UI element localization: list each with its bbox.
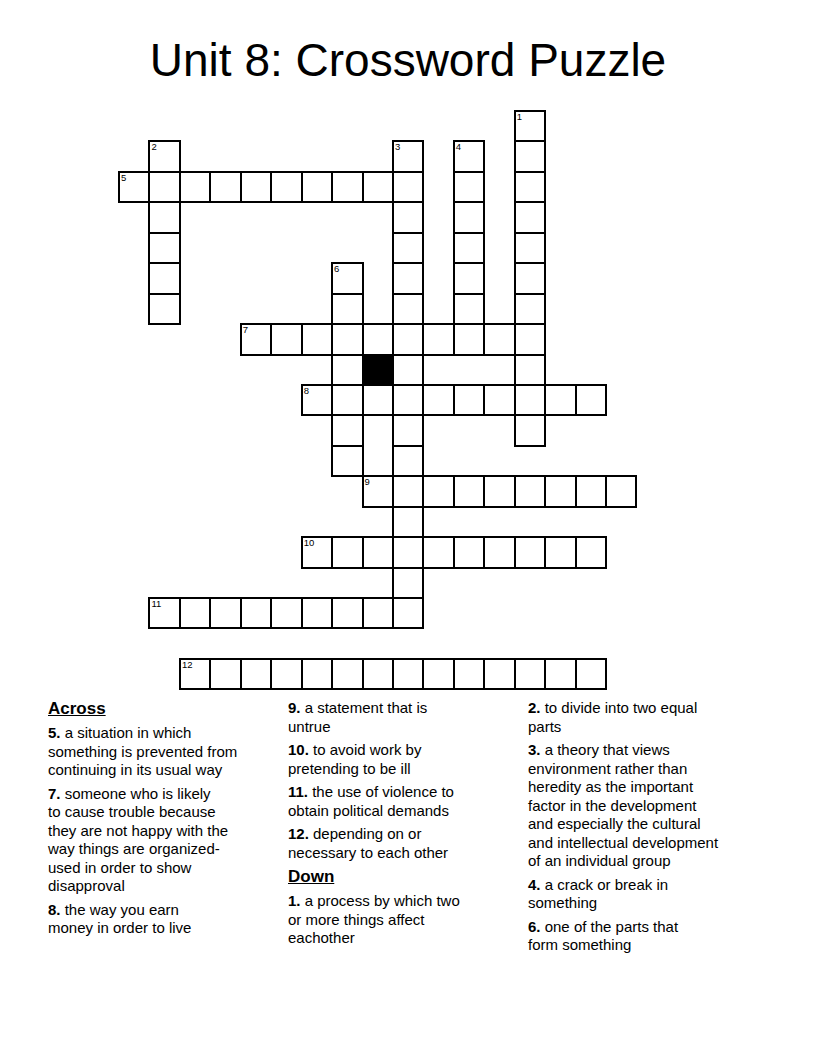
grid-cell[interactable]: [209, 658, 241, 690]
grid-cell[interactable]: [453, 475, 485, 507]
grid-cell[interactable]: [392, 445, 424, 477]
grid-cell[interactable]: [483, 658, 515, 690]
grid-cell[interactable]: [453, 323, 485, 355]
grid-cell[interactable]: [392, 201, 424, 233]
grid-cell[interactable]: [453, 262, 485, 294]
grid-cell[interactable]: [514, 171, 546, 203]
grid-cell[interactable]: [392, 597, 424, 629]
clue-number: 2.: [528, 699, 541, 716]
cell-number: 6: [334, 264, 339, 274]
clue-a9: 9. a statement that is untrue: [288, 699, 526, 736]
cell-number: 2: [151, 142, 156, 152]
clue-number: 1.: [288, 892, 301, 909]
grid-cell[interactable]: [148, 171, 180, 203]
grid-cell[interactable]: [483, 384, 515, 416]
grid-cell[interactable]: [422, 384, 454, 416]
cell-number: 3: [395, 142, 400, 152]
grid-cell[interactable]: [544, 536, 576, 568]
grid-cell[interactable]: [331, 658, 363, 690]
clue-text: a theory that views environment rather t…: [528, 741, 718, 869]
grid-cell[interactable]: [544, 475, 576, 507]
clue-a7: 7. someone who is likely to cause troubl…: [48, 785, 286, 896]
grid-cell[interactable]: 1: [514, 110, 546, 142]
grid-cell[interactable]: [179, 597, 211, 629]
clue-text: a statement that is untrue: [288, 699, 427, 735]
grid-cell[interactable]: [240, 597, 272, 629]
grid-cell[interactable]: [301, 171, 333, 203]
clue-text: a situation in which something is preven…: [48, 724, 237, 778]
grid-cell[interactable]: [605, 475, 637, 507]
grid-cell[interactable]: [179, 171, 211, 203]
grid-cell[interactable]: [544, 658, 576, 690]
grid-cell[interactable]: 10: [301, 536, 333, 568]
cell-number: 1: [517, 112, 522, 122]
page: Unit 8: Crossword Puzzle 123456789101112…: [0, 0, 816, 1056]
clue-number: 6.: [528, 918, 541, 935]
grid-cell[interactable]: [331, 323, 363, 355]
grid-cell[interactable]: [362, 536, 394, 568]
grid-cell[interactable]: [331, 597, 363, 629]
grid-cell[interactable]: 4: [453, 140, 485, 172]
grid-cell[interactable]: [453, 384, 485, 416]
grid-cell[interactable]: [453, 536, 485, 568]
page-title: Unit 8: Crossword Puzzle: [0, 34, 816, 87]
clue-text: a crack or break in something: [528, 876, 668, 912]
cell-number: 10: [304, 538, 315, 548]
clue-d3: 3. a theory that views environment rathe…: [528, 741, 766, 871]
grid-cell[interactable]: [362, 323, 394, 355]
grid-cell[interactable]: 5: [118, 171, 150, 203]
grid-cell[interactable]: [514, 536, 546, 568]
clue-a8: 8. the way you earn money in order to li…: [48, 901, 286, 938]
grid-cell[interactable]: [422, 475, 454, 507]
clue-d6: 6. one of the parts that form something: [528, 918, 766, 955]
cell-number: 12: [182, 660, 193, 670]
grid-cell[interactable]: [362, 384, 394, 416]
clue-d1: 1. a process by which two or more things…: [288, 892, 526, 948]
grid-cell[interactable]: [575, 536, 607, 568]
grid-cell[interactable]: [514, 201, 546, 233]
cell-number: 4: [456, 142, 461, 152]
clue-number: 11.: [288, 783, 308, 800]
grid-cell[interactable]: [362, 171, 394, 203]
grid-cell[interactable]: 8: [301, 384, 333, 416]
grid-cell[interactable]: [392, 323, 424, 355]
down-header: Down: [288, 867, 526, 886]
grid-cell[interactable]: [240, 171, 272, 203]
grid-cell[interactable]: [392, 384, 424, 416]
grid-cell[interactable]: [392, 475, 424, 507]
clue-number: 12.: [288, 825, 309, 842]
clue-text: someone who is likely to cause trouble b…: [48, 785, 228, 895]
grid-cell[interactable]: [514, 262, 546, 294]
grid-cell[interactable]: [422, 323, 454, 355]
grid-cell[interactable]: [392, 658, 424, 690]
clue-column-middle: 9. a statement that is untrue10. to avoi…: [288, 699, 526, 953]
grid-cell[interactable]: [514, 232, 546, 264]
grid-cell[interactable]: [514, 140, 546, 172]
grid-cell[interactable]: [209, 171, 241, 203]
clue-d4: 4. a crack or break in something: [528, 876, 766, 913]
grid-cell[interactable]: [575, 475, 607, 507]
clue-number: 3.: [528, 741, 541, 758]
clue-text: to avoid work by pretending to be ill: [288, 741, 421, 777]
grid-cell[interactable]: [331, 414, 363, 446]
grid-cell[interactable]: [575, 384, 607, 416]
grid-cell[interactable]: [392, 232, 424, 264]
grid-cell[interactable]: [392, 414, 424, 446]
grid-cell[interactable]: [483, 323, 515, 355]
grid-cell[interactable]: [331, 293, 363, 325]
grid-cell[interactable]: [270, 597, 302, 629]
clue-d2: 2. to divide into two equal parts: [528, 699, 766, 736]
grid-cell[interactable]: [270, 171, 302, 203]
grid-cell[interactable]: [392, 354, 424, 386]
grid-cell[interactable]: [514, 414, 546, 446]
grid-cell[interactable]: [301, 597, 333, 629]
black-cell: [362, 354, 394, 386]
grid-cell[interactable]: [453, 658, 485, 690]
grid-cell[interactable]: [362, 658, 394, 690]
grid-cell[interactable]: [331, 171, 363, 203]
grid-cell[interactable]: [453, 201, 485, 233]
grid-cell[interactable]: [392, 171, 424, 203]
grid-cell[interactable]: 12: [179, 658, 211, 690]
clue-number: 5.: [48, 724, 61, 741]
cell-number: 11: [151, 599, 161, 609]
grid-cell[interactable]: [331, 354, 363, 386]
clue-text: one of the parts that form something: [528, 918, 678, 954]
grid-cell[interactable]: [331, 445, 363, 477]
grid-cell[interactable]: 11: [148, 597, 180, 629]
grid-cell[interactable]: [514, 293, 546, 325]
grid-cell[interactable]: [240, 658, 272, 690]
clue-text: the way you earn money in order to live: [48, 901, 191, 937]
grid-cell[interactable]: [148, 262, 180, 294]
grid-cell[interactable]: [392, 536, 424, 568]
grid-cell[interactable]: [514, 384, 546, 416]
grid-cell[interactable]: 9: [362, 475, 394, 507]
grid-cell[interactable]: 7: [240, 323, 272, 355]
grid-cell[interactable]: [270, 658, 302, 690]
cell-number: 8: [304, 386, 309, 396]
grid-cell[interactable]: [392, 262, 424, 294]
clue-text: to divide into two equal parts: [528, 699, 697, 735]
clue-a12: 12. depending on or necessary to each ot…: [288, 825, 526, 862]
clue-a5: 5. a situation in which something is pre…: [48, 724, 286, 780]
grid-cell[interactable]: [483, 475, 515, 507]
cell-number: 9: [365, 477, 370, 487]
grid-cell[interactable]: [392, 506, 424, 538]
grid-cell[interactable]: [453, 232, 485, 264]
clue-column-right: 2. to divide into two equal parts3. a th…: [528, 699, 766, 960]
grid-cell[interactable]: 3: [392, 140, 424, 172]
grid-cell[interactable]: [148, 293, 180, 325]
clue-column-left: Across5. a situation in which something …: [48, 699, 286, 943]
grid-cell[interactable]: [453, 171, 485, 203]
cell-number: 5: [121, 173, 126, 183]
grid-cell[interactable]: [514, 658, 546, 690]
clue-text: depending on or necessary to each other: [288, 825, 448, 861]
cell-number: 7: [243, 325, 248, 335]
clue-number: 10.: [288, 741, 309, 758]
grid-cell[interactable]: [392, 293, 424, 325]
grid-cell[interactable]: [331, 384, 363, 416]
grid-cell[interactable]: [209, 597, 241, 629]
grid-cell[interactable]: [362, 597, 394, 629]
grid-cell[interactable]: 2: [148, 140, 180, 172]
clue-text: the use of violence to obtain political …: [288, 783, 454, 819]
grid-cell[interactable]: [514, 354, 546, 386]
grid-cell[interactable]: [453, 293, 485, 325]
across-header: Across: [48, 699, 286, 718]
clue-number: 4.: [528, 876, 541, 893]
grid-cell[interactable]: [514, 475, 546, 507]
clue-a10: 10. to avoid work by pretending to be il…: [288, 741, 526, 778]
grid-cell[interactable]: [544, 384, 576, 416]
grid-cell[interactable]: [301, 323, 333, 355]
grid-cell[interactable]: [422, 536, 454, 568]
grid-cell[interactable]: [270, 323, 302, 355]
grid-cell[interactable]: 6: [331, 262, 363, 294]
clue-number: 7.: [48, 785, 61, 802]
grid-cell[interactable]: [483, 536, 515, 568]
grid-cell[interactable]: [422, 658, 454, 690]
grid-cell[interactable]: [514, 323, 546, 355]
clue-text: a process by which two or more things af…: [288, 892, 460, 946]
grid-cell[interactable]: [301, 658, 333, 690]
grid-cell[interactable]: [392, 567, 424, 599]
grid-cell[interactable]: [575, 658, 607, 690]
clue-number: 8.: [48, 901, 61, 918]
grid-cell[interactable]: [148, 232, 180, 264]
clue-a11: 11. the use of violence to obtain politi…: [288, 783, 526, 820]
grid-cell[interactable]: [331, 536, 363, 568]
grid-cell[interactable]: [148, 201, 180, 233]
clue-number: 9.: [288, 699, 301, 716]
